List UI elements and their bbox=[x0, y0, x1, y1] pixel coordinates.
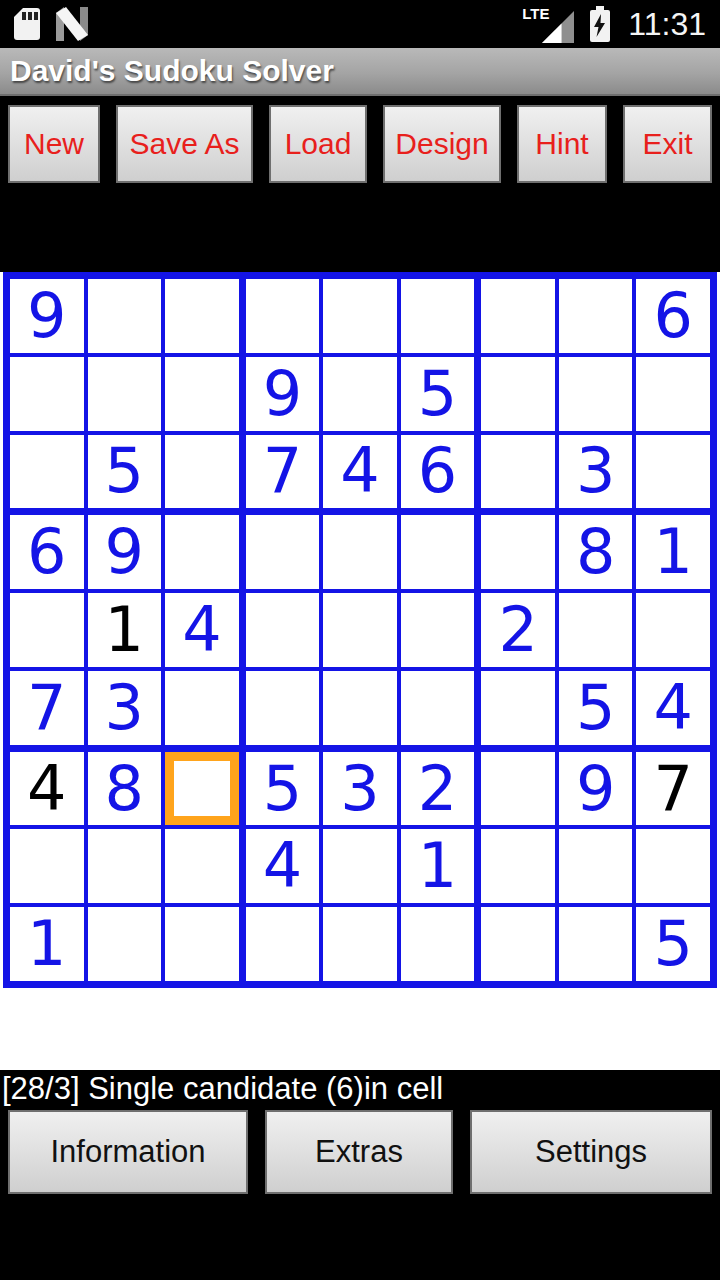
sudoku-cell-r2c9[interactable] bbox=[636, 357, 710, 431]
sudoku-cell-r5c5[interactable] bbox=[323, 593, 397, 667]
sudoku-cell-r3c7[interactable] bbox=[481, 435, 555, 509]
sudoku-cell-r8c4[interactable]: 4 bbox=[246, 829, 320, 903]
spacer bbox=[0, 1202, 720, 1264]
sudoku-cell-r8c5[interactable] bbox=[323, 829, 397, 903]
content-area: 9595746636914738125448153241975 bbox=[0, 272, 720, 1070]
sudoku-box: 53241 bbox=[246, 752, 475, 981]
sudoku-cell-r4c6[interactable] bbox=[401, 515, 475, 589]
app-title: David's Sudoku Solver bbox=[10, 54, 334, 88]
sudoku-cell-r3c3[interactable] bbox=[165, 435, 239, 509]
sudoku-cell-r2c3[interactable] bbox=[165, 357, 239, 431]
sudoku-cell-r5c2[interactable]: 1 bbox=[88, 593, 162, 667]
sudoku-cell-r6c1[interactable]: 7 bbox=[10, 671, 84, 745]
sudoku-box: 95 bbox=[10, 279, 239, 508]
sudoku-cell-r5c7[interactable]: 2 bbox=[481, 593, 555, 667]
sudoku-cell-r1c6[interactable] bbox=[401, 279, 475, 353]
sudoku-cell-r5c4[interactable] bbox=[246, 593, 320, 667]
sudoku-cell-r6c3[interactable] bbox=[165, 671, 239, 745]
sudoku-cell-r2c4[interactable]: 9 bbox=[246, 357, 320, 431]
sudoku-box: 975 bbox=[481, 752, 710, 981]
sudoku-cell-r8c6[interactable]: 1 bbox=[401, 829, 475, 903]
sudoku-box: 63 bbox=[481, 279, 710, 508]
sudoku-cell-r5c1[interactable] bbox=[10, 593, 84, 667]
sudoku-cell-r8c2[interactable] bbox=[88, 829, 162, 903]
sudoku-cell-r7c4[interactable]: 5 bbox=[246, 752, 320, 826]
sudoku-cell-r7c7[interactable] bbox=[481, 752, 555, 826]
sudoku-cell-r3c2[interactable]: 5 bbox=[88, 435, 162, 509]
sdcard-icon bbox=[14, 8, 40, 40]
sudoku-cell-r5c9[interactable] bbox=[636, 593, 710, 667]
bottom-bar: Information Extras Settings bbox=[0, 1110, 720, 1202]
sudoku-cell-r2c2[interactable] bbox=[88, 357, 162, 431]
sudoku-cell-r9c7[interactable] bbox=[481, 907, 555, 981]
sudoku-cell-r8c9[interactable] bbox=[636, 829, 710, 903]
sudoku-cell-r9c2[interactable] bbox=[88, 907, 162, 981]
sudoku-cell-r1c3[interactable] bbox=[165, 279, 239, 353]
exit-button[interactable]: Exit bbox=[623, 105, 712, 183]
settings-button[interactable]: Settings bbox=[470, 1110, 712, 1194]
hint-button[interactable]: Hint bbox=[517, 105, 607, 183]
sudoku-cell-r9c3[interactable] bbox=[165, 907, 239, 981]
sudoku-box: 691473 bbox=[10, 515, 239, 744]
sudoku-cell-r6c6[interactable] bbox=[401, 671, 475, 745]
sudoku-cell-r7c9[interactable]: 7 bbox=[636, 752, 710, 826]
save-as-button[interactable]: Save As bbox=[116, 105, 253, 183]
sudoku-cell-r9c8[interactable] bbox=[559, 907, 633, 981]
information-button[interactable]: Information bbox=[8, 1110, 248, 1194]
sudoku-cell-r2c5[interactable] bbox=[323, 357, 397, 431]
extras-button[interactable]: Extras bbox=[265, 1110, 453, 1194]
sudoku-cell-r4c1[interactable]: 6 bbox=[10, 515, 84, 589]
sudoku-cell-r8c7[interactable] bbox=[481, 829, 555, 903]
sudoku-cell-r5c6[interactable] bbox=[401, 593, 475, 667]
sudoku-cell-r6c4[interactable] bbox=[246, 671, 320, 745]
navigation-bar bbox=[0, 1264, 720, 1280]
sudoku-cell-r5c3[interactable]: 4 bbox=[165, 593, 239, 667]
sudoku-cell-r1c5[interactable] bbox=[323, 279, 397, 353]
sudoku-cell-r8c8[interactable] bbox=[559, 829, 633, 903]
sudoku-cell-r3c1[interactable] bbox=[10, 435, 84, 509]
sudoku-cell-r2c8[interactable] bbox=[559, 357, 633, 431]
sudoku-cell-r7c2[interactable]: 8 bbox=[88, 752, 162, 826]
sudoku-cell-r2c7[interactable] bbox=[481, 357, 555, 431]
sudoku-box bbox=[246, 515, 475, 744]
sudoku-cell-r7c1[interactable]: 4 bbox=[10, 752, 84, 826]
sudoku-cell-r9c5[interactable] bbox=[323, 907, 397, 981]
sudoku-cell-r4c7[interactable] bbox=[481, 515, 555, 589]
sudoku-cell-r3c8[interactable]: 3 bbox=[559, 435, 633, 509]
sudoku-cell-r3c6[interactable]: 6 bbox=[401, 435, 475, 509]
sudoku-cell-r9c1[interactable]: 1 bbox=[10, 907, 84, 981]
sudoku-cell-r4c3[interactable] bbox=[165, 515, 239, 589]
sudoku-cell-r4c9[interactable]: 1 bbox=[636, 515, 710, 589]
battery-charging-icon bbox=[588, 6, 612, 42]
menu-bar: New Save As Load Design Hint Exit bbox=[0, 96, 720, 192]
sudoku-cell-r7c6[interactable]: 2 bbox=[401, 752, 475, 826]
sudoku-cell-r6c9[interactable]: 4 bbox=[636, 671, 710, 745]
solver-status-text: [28/3] Single candidate (6)in cell bbox=[0, 1070, 720, 1110]
sudoku-cell-r4c4[interactable] bbox=[246, 515, 320, 589]
sudoku-box: 95746 bbox=[246, 279, 475, 508]
sudoku-cell-r7c3[interactable] bbox=[165, 752, 239, 826]
sudoku-cell-r6c2[interactable]: 3 bbox=[88, 671, 162, 745]
sudoku-cell-r6c8[interactable]: 5 bbox=[559, 671, 633, 745]
sudoku-cell-r2c1[interactable] bbox=[10, 357, 84, 431]
sudoku-cell-r4c8[interactable]: 8 bbox=[559, 515, 633, 589]
status-bar: LTE 11:31 bbox=[0, 0, 720, 48]
sudoku-cell-r6c5[interactable] bbox=[323, 671, 397, 745]
clock: 11:31 bbox=[628, 6, 706, 43]
sudoku-cell-r8c3[interactable] bbox=[165, 829, 239, 903]
sudoku-cell-r8c1[interactable] bbox=[10, 829, 84, 903]
sudoku-cell-r9c6[interactable] bbox=[401, 907, 475, 981]
nougat-icon bbox=[54, 7, 90, 41]
sudoku-cell-r6c7[interactable] bbox=[481, 671, 555, 745]
sudoku-cell-r1c2[interactable] bbox=[88, 279, 162, 353]
title-bar: David's Sudoku Solver bbox=[0, 48, 720, 96]
sudoku-cell-r4c2[interactable]: 9 bbox=[88, 515, 162, 589]
sudoku-cell-r5c8[interactable] bbox=[559, 593, 633, 667]
sudoku-cell-r7c5[interactable]: 3 bbox=[323, 752, 397, 826]
sudoku-cell-r3c5[interactable]: 4 bbox=[323, 435, 397, 509]
sudoku-cell-r1c9[interactable]: 6 bbox=[636, 279, 710, 353]
load-button[interactable]: Load bbox=[269, 105, 367, 183]
lte-signal-icon: LTE bbox=[522, 5, 574, 43]
sudoku-cell-r9c9[interactable]: 5 bbox=[636, 907, 710, 981]
sudoku-cell-r1c8[interactable] bbox=[559, 279, 633, 353]
sudoku-cell-r1c4[interactable] bbox=[246, 279, 320, 353]
sudoku-cell-r9c4[interactable] bbox=[246, 907, 320, 981]
design-button[interactable]: Design bbox=[383, 105, 501, 183]
sudoku-cell-r4c5[interactable] bbox=[323, 515, 397, 589]
sudoku-cell-r3c4[interactable]: 7 bbox=[246, 435, 320, 509]
sudoku-cell-r2c6[interactable]: 5 bbox=[401, 357, 475, 431]
sudoku-cell-r1c1[interactable]: 9 bbox=[10, 279, 84, 353]
sudoku-cell-r3c9[interactable] bbox=[636, 435, 710, 509]
new-button[interactable]: New bbox=[8, 105, 100, 183]
sudoku-board: 9595746636914738125448153241975 bbox=[3, 272, 717, 988]
sudoku-box: 81254 bbox=[481, 515, 710, 744]
sudoku-cell-r7c8[interactable]: 9 bbox=[559, 752, 633, 826]
sudoku-box: 481 bbox=[10, 752, 239, 981]
sudoku-cell-r1c7[interactable] bbox=[481, 279, 555, 353]
